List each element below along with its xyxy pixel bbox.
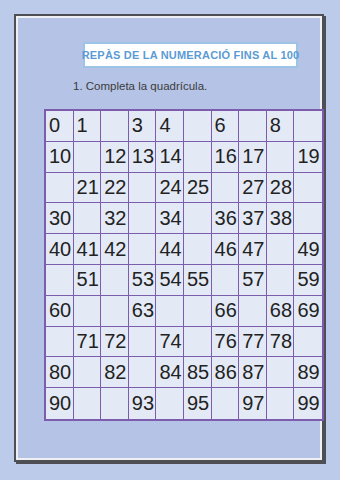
grid-cell-r1c8[interactable] [239,111,267,142]
grid-cell-r4c3: 32 [101,203,129,234]
grid-cell-r6c9[interactable] [267,265,295,296]
grid-cell-r8c9: 78 [267,327,295,358]
grid-cell-r10c1: 90 [46,388,74,419]
grid-cell-r1c3[interactable] [101,111,129,142]
grid-cell-r3c5: 24 [156,173,184,204]
grid-cell-r5c3: 42 [101,234,129,265]
grid-cell-r10c5[interactable] [156,388,184,419]
grid-cell-r5c5: 44 [156,234,184,265]
grid-cell-r6c7[interactable] [212,265,240,296]
grid-cell-r6c5: 54 [156,265,184,296]
number-grid: 0134681012131416171921222425272830323436… [44,109,324,421]
grid-cell-r2c6[interactable] [184,142,212,173]
grid-cell-r5c4[interactable] [129,234,157,265]
grid-cell-r10c9[interactable] [267,388,295,419]
grid-cell-r9c8: 87 [239,357,267,388]
grid-cell-r2c8: 17 [239,142,267,173]
grid-cell-r2c9[interactable] [267,142,295,173]
grid-cell-r3c10[interactable] [294,173,322,204]
grid-cell-r9c10: 89 [294,357,322,388]
grid-cell-r6c4: 53 [129,265,157,296]
grid-cell-r5c7: 46 [212,234,240,265]
grid-cell-r3c3: 22 [101,173,129,204]
worksheet-frame: REPÀS DE LA NUMERACIÓ FINS AL 100 1. Com… [14,14,324,462]
grid-cell-r4c9: 38 [267,203,295,234]
grid-cell-r1c4: 3 [129,111,157,142]
grid-cell-r8c7: 76 [212,327,240,358]
grid-cell-r1c6[interactable] [184,111,212,142]
grid-cell-r5c6[interactable] [184,234,212,265]
grid-cell-r2c3: 12 [101,142,129,173]
grid-cell-r6c10: 59 [294,265,322,296]
grid-cell-r8c8: 77 [239,327,267,358]
grid-cell-r1c2: 1 [74,111,102,142]
grid-cell-r7c8[interactable] [239,296,267,327]
grid-cell-r3c9: 28 [267,173,295,204]
grid-cell-r9c3: 82 [101,357,129,388]
grid-cell-r7c7: 66 [212,296,240,327]
grid-cell-r3c6: 25 [184,173,212,204]
grid-cell-r9c6: 85 [184,357,212,388]
grid-cell-r5c1: 40 [46,234,74,265]
grid-cell-r5c10: 49 [294,234,322,265]
grid-cell-r2c2[interactable] [74,142,102,173]
grid-cell-r8c2: 71 [74,327,102,358]
instruction-text: 1. Completa la quadrícula. [73,80,207,92]
grid-cell-r10c7[interactable] [212,388,240,419]
grid-cell-r8c5: 74 [156,327,184,358]
grid-cell-r1c5: 4 [156,111,184,142]
grid-cell-r4c6[interactable] [184,203,212,234]
grid-cell-r4c4[interactable] [129,203,157,234]
grid-cell-r4c2[interactable] [74,203,102,234]
grid-cell-r9c4[interactable] [129,357,157,388]
grid-cell-r7c1: 60 [46,296,74,327]
grid-cell-r10c6: 95 [184,388,212,419]
grid-cell-r6c2: 51 [74,265,102,296]
grid-cell-r7c2[interactable] [74,296,102,327]
worksheet-title-box: REPÀS DE LA NUMERACIÓ FINS AL 100 [83,42,298,68]
grid-cell-r2c10: 19 [294,142,322,173]
grid-cell-r4c5: 34 [156,203,184,234]
grid-cell-r9c1: 80 [46,357,74,388]
grid-cell-r10c3[interactable] [101,388,129,419]
grid-cell-r4c8: 37 [239,203,267,234]
grid-cell-r6c1[interactable] [46,265,74,296]
grid-cell-r7c4: 63 [129,296,157,327]
grid-cell-r1c7: 6 [212,111,240,142]
grid-cell-r5c2: 41 [74,234,102,265]
grid-cell-r5c9[interactable] [267,234,295,265]
grid-cell-r6c3[interactable] [101,265,129,296]
grid-cell-r1c1: 0 [46,111,74,142]
grid-cell-r2c4: 13 [129,142,157,173]
grid-cell-r10c4: 93 [129,388,157,419]
grid-cell-r9c7: 86 [212,357,240,388]
grid-cell-r3c8: 27 [239,173,267,204]
grid-cell-r9c2[interactable] [74,357,102,388]
grid-cell-r6c6: 55 [184,265,212,296]
grid-cell-r8c1[interactable] [46,327,74,358]
grid-cell-r9c5: 84 [156,357,184,388]
grid-cell-r3c7[interactable] [212,173,240,204]
grid-cell-r7c9: 68 [267,296,295,327]
grid-cell-r8c3: 72 [101,327,129,358]
worksheet-title: REPÀS DE LA NUMERACIÓ FINS AL 100 [82,49,300,61]
grid-cell-r8c10[interactable] [294,327,322,358]
grid-cell-r4c10[interactable] [294,203,322,234]
grid-cell-r7c6[interactable] [184,296,212,327]
grid-cell-r2c5: 14 [156,142,184,173]
grid-cell-r8c6[interactable] [184,327,212,358]
grid-cell-r7c10: 69 [294,296,322,327]
grid-cell-r1c10[interactable] [294,111,322,142]
grid-cell-r9c9[interactable] [267,357,295,388]
grid-cell-r4c1: 30 [46,203,74,234]
grid-cell-r10c10: 99 [294,388,322,419]
grid-cell-r3c4[interactable] [129,173,157,204]
grid-cell-r10c2[interactable] [74,388,102,419]
grid-cell-r2c7: 16 [212,142,240,173]
grid-cell-r3c2: 21 [74,173,102,204]
grid-cell-r1c9: 8 [267,111,295,142]
grid-cell-r10c8: 97 [239,388,267,419]
grid-cell-r6c8: 57 [239,265,267,296]
grid-cell-r2c1: 10 [46,142,74,173]
grid-cell-r4c7: 36 [212,203,240,234]
grid-cell-r5c8: 47 [239,234,267,265]
grid-cell-r7c3[interactable] [101,296,129,327]
grid-cell-r3c1[interactable] [46,173,74,204]
grid-cell-r7c5[interactable] [156,296,184,327]
grid-cell-r8c4[interactable] [129,327,157,358]
